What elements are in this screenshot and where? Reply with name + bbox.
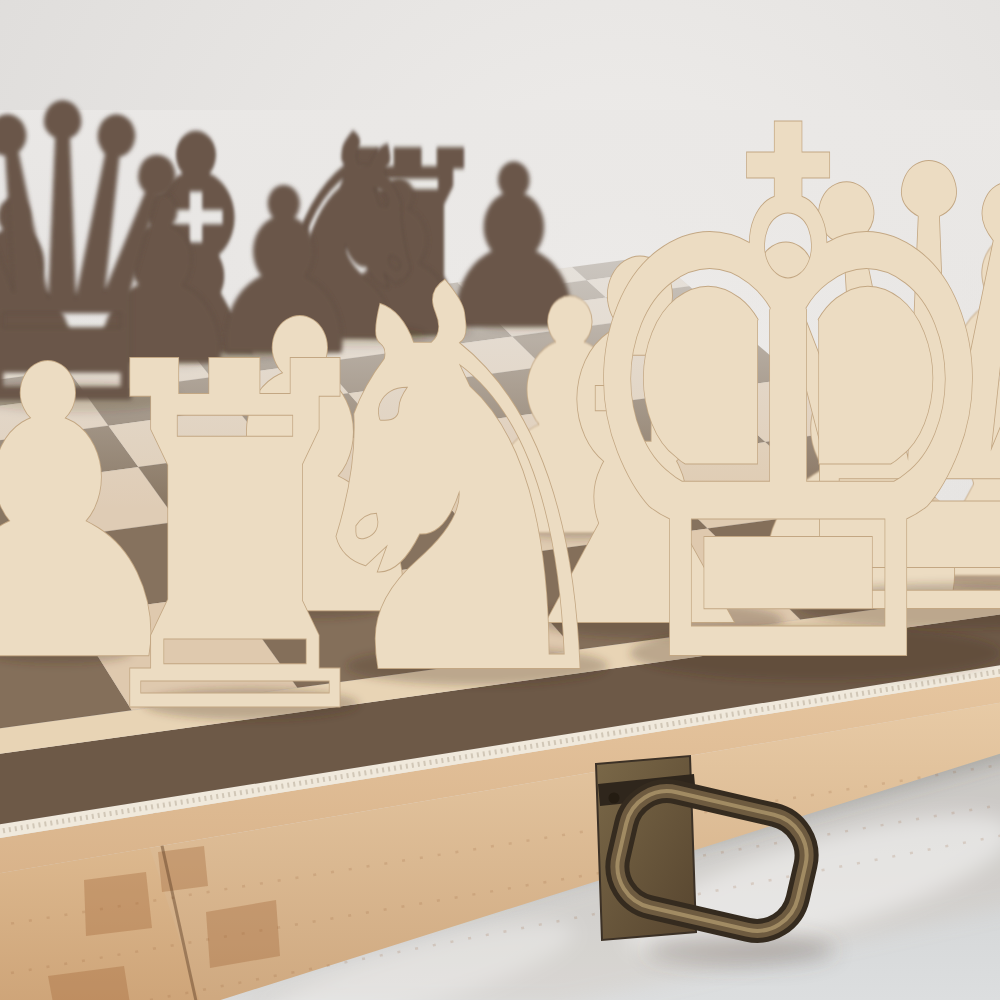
chess-board-photo: ♟♜♟♞♝♟♟♟♛♟♝♟♟♛♝♚♟♞♜ [0, 0, 1000, 1000]
finger-joint [158, 846, 208, 892]
finger-joint [84, 872, 152, 936]
pieces-layer: ♟♜♟♞♝♟♟♟♛♟♝♟♟♛♝♚♟♞♜ [0, 0, 1000, 827]
white-rook-b1[interactable]: ♜ [68, 263, 402, 818]
finger-joint [206, 900, 280, 968]
chess-set-photo-scene: ♟♜♟♞♝♟♟♟♛♟♝♟♟♛♝♚♟♞♜ [0, 0, 1000, 1000]
